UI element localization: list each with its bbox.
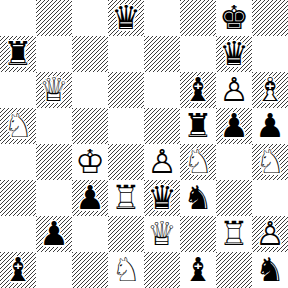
square-d8[interactable]: ♛♛: [108, 0, 144, 36]
piece-glyph: ♕: [144, 216, 180, 252]
square-d5[interactable]: [108, 108, 144, 144]
square-c7[interactable]: [72, 36, 108, 72]
piece-black-knight[interactable]: ♞♞: [252, 252, 288, 288]
square-b4[interactable]: [36, 144, 72, 180]
square-c1[interactable]: [72, 252, 108, 288]
piece-glyph: ♖: [108, 180, 144, 216]
piece-white-rook[interactable]: ♜♖: [108, 180, 144, 216]
square-f2[interactable]: [180, 216, 216, 252]
square-a2[interactable]: [0, 216, 36, 252]
square-c8[interactable]: [72, 0, 108, 36]
piece-glyph: ♛: [216, 36, 252, 72]
square-f6[interactable]: ♝♝: [180, 72, 216, 108]
square-f8[interactable]: [180, 0, 216, 36]
square-b3[interactable]: [36, 180, 72, 216]
piece-black-queen[interactable]: ♛♛: [144, 180, 180, 216]
piece-glyph: ♟: [72, 180, 108, 216]
square-g1[interactable]: [216, 252, 252, 288]
piece-white-rook[interactable]: ♜♖: [216, 216, 252, 252]
piece-black-king[interactable]: ♚♚: [216, 0, 252, 36]
square-d4[interactable]: [108, 144, 144, 180]
piece-glyph: ♜: [0, 36, 36, 72]
piece-glyph: ♘: [0, 108, 36, 144]
square-c3[interactable]: ♟♟: [72, 180, 108, 216]
piece-black-pawn[interactable]: ♟♟: [72, 180, 108, 216]
square-d2[interactable]: [108, 216, 144, 252]
square-e3[interactable]: ♛♛: [144, 180, 180, 216]
square-h7[interactable]: [252, 36, 288, 72]
piece-glyph: ♟: [36, 216, 72, 252]
square-b1[interactable]: [36, 252, 72, 288]
square-e7[interactable]: [144, 36, 180, 72]
piece-black-bishop[interactable]: ♝♝: [0, 252, 36, 288]
piece-white-pawn[interactable]: ♟♙: [252, 216, 288, 252]
square-c4[interactable]: ♚♔: [72, 144, 108, 180]
square-c2[interactable]: [72, 216, 108, 252]
square-h2[interactable]: ♟♙: [252, 216, 288, 252]
square-g5[interactable]: ♟♟: [216, 108, 252, 144]
piece-white-knight[interactable]: ♞♘: [180, 144, 216, 180]
square-a5[interactable]: ♞♘: [0, 108, 36, 144]
piece-glyph: ♝: [180, 72, 216, 108]
square-h3[interactable]: [252, 180, 288, 216]
piece-glyph: ♟: [216, 108, 252, 144]
piece-white-pawn[interactable]: ♟♙: [216, 72, 252, 108]
piece-glyph: ♞: [180, 180, 216, 216]
piece-black-rook[interactable]: ♜♜: [180, 108, 216, 144]
square-e2[interactable]: ♛♕: [144, 216, 180, 252]
square-f7[interactable]: [180, 36, 216, 72]
piece-black-bishop[interactable]: ♝♝: [180, 72, 216, 108]
square-d1[interactable]: ♞♘: [108, 252, 144, 288]
square-h4[interactable]: ♞♘: [252, 144, 288, 180]
square-e5[interactable]: [144, 108, 180, 144]
piece-black-bishop[interactable]: ♝♝: [180, 252, 216, 288]
piece-glyph: ♕: [36, 72, 72, 108]
piece-glyph: ♟: [252, 108, 288, 144]
square-c6[interactable]: [72, 72, 108, 108]
square-g3[interactable]: [216, 180, 252, 216]
square-d3[interactable]: ♜♖: [108, 180, 144, 216]
piece-white-bishop[interactable]: ♝♗: [252, 72, 288, 108]
piece-glyph: ♙: [252, 216, 288, 252]
piece-white-knight[interactable]: ♞♘: [0, 108, 36, 144]
square-h5[interactable]: ♟♟: [252, 108, 288, 144]
piece-glyph: ♙: [216, 72, 252, 108]
square-h8[interactable]: [252, 0, 288, 36]
square-g8[interactable]: ♚♚: [216, 0, 252, 36]
square-e4[interactable]: ♟♙: [144, 144, 180, 180]
square-g2[interactable]: ♜♖: [216, 216, 252, 252]
square-e1[interactable]: [144, 252, 180, 288]
piece-glyph: ♗: [252, 72, 288, 108]
chess-board: ♛♛♚♚♜♜♛♛♛♕♝♝♟♙♝♗♞♘♜♜♟♟♟♟♚♔♟♙♞♘♞♘♟♟♜♖♛♛♞♞…: [0, 0, 288, 288]
piece-white-queen[interactable]: ♛♕: [144, 216, 180, 252]
piece-glyph: ♞: [252, 252, 288, 288]
square-a8[interactable]: [0, 0, 36, 36]
square-d7[interactable]: [108, 36, 144, 72]
piece-white-queen[interactable]: ♛♕: [36, 72, 72, 108]
square-e6[interactable]: [144, 72, 180, 108]
square-d6[interactable]: [108, 72, 144, 108]
piece-glyph: ♘: [108, 252, 144, 288]
square-h6[interactable]: ♝♗: [252, 72, 288, 108]
piece-white-knight[interactable]: ♞♘: [252, 144, 288, 180]
piece-black-pawn[interactable]: ♟♟: [252, 108, 288, 144]
piece-glyph: ♛: [144, 180, 180, 216]
square-h1[interactable]: ♞♞: [252, 252, 288, 288]
square-b8[interactable]: [36, 0, 72, 36]
square-a6[interactable]: [0, 72, 36, 108]
piece-black-knight[interactable]: ♞♞: [180, 180, 216, 216]
square-a1[interactable]: ♝♝: [0, 252, 36, 288]
piece-glyph: ♙: [144, 144, 180, 180]
piece-black-pawn[interactable]: ♟♟: [216, 108, 252, 144]
square-f3[interactable]: ♞♞: [180, 180, 216, 216]
square-f1[interactable]: ♝♝: [180, 252, 216, 288]
piece-glyph: ♔: [72, 144, 108, 180]
square-b6[interactable]: ♛♕: [36, 72, 72, 108]
square-g4[interactable]: [216, 144, 252, 180]
square-c5[interactable]: [72, 108, 108, 144]
piece-glyph: ♘: [252, 144, 288, 180]
square-f4[interactable]: ♞♘: [180, 144, 216, 180]
square-f5[interactable]: ♜♜: [180, 108, 216, 144]
piece-glyph: ♝: [0, 252, 36, 288]
square-g7[interactable]: ♛♛: [216, 36, 252, 72]
piece-white-pawn[interactable]: ♟♙: [144, 144, 180, 180]
piece-black-pawn[interactable]: ♟♟: [36, 216, 72, 252]
square-g6[interactable]: ♟♙: [216, 72, 252, 108]
piece-glyph: ♚: [216, 0, 252, 36]
square-a4[interactable]: [0, 144, 36, 180]
piece-white-king[interactable]: ♚♔: [72, 144, 108, 180]
piece-black-rook[interactable]: ♜♜: [0, 36, 36, 72]
square-b5[interactable]: [36, 108, 72, 144]
square-b2[interactable]: ♟♟: [36, 216, 72, 252]
piece-glyph: ♝: [180, 252, 216, 288]
piece-glyph: ♛: [108, 0, 144, 36]
piece-glyph: ♖: [216, 216, 252, 252]
square-a3[interactable]: [0, 180, 36, 216]
piece-glyph: ♜: [180, 108, 216, 144]
piece-glyph: ♘: [180, 144, 216, 180]
square-a7[interactable]: ♜♜: [0, 36, 36, 72]
piece-black-queen[interactable]: ♛♛: [108, 0, 144, 36]
piece-black-queen[interactable]: ♛♛: [216, 36, 252, 72]
square-e8[interactable]: [144, 0, 180, 36]
piece-white-knight[interactable]: ♞♘: [108, 252, 144, 288]
square-b7[interactable]: [36, 36, 72, 72]
